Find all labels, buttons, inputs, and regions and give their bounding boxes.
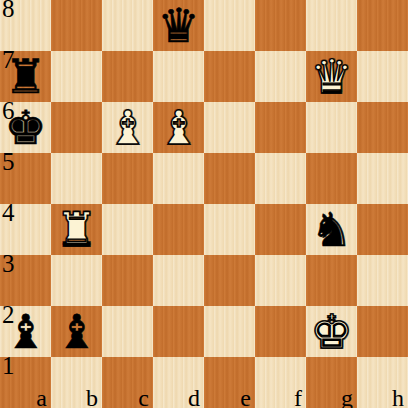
- file-label-c: c: [138, 386, 149, 408]
- square-g2[interactable]: ♚: [306, 306, 357, 357]
- square-d7[interactable]: [153, 51, 204, 102]
- square-f1[interactable]: f: [255, 357, 306, 408]
- square-g8[interactable]: [306, 0, 357, 51]
- square-g6[interactable]: [306, 102, 357, 153]
- square-b8[interactable]: [51, 0, 102, 51]
- square-f2[interactable]: [255, 306, 306, 357]
- square-c6[interactable]: ♝: [102, 102, 153, 153]
- file-label-f: f: [294, 386, 302, 408]
- square-h6[interactable]: [357, 102, 408, 153]
- rank-label-3: 3: [2, 255, 15, 276]
- square-g3[interactable]: [306, 255, 357, 306]
- square-c7[interactable]: [102, 51, 153, 102]
- square-d2[interactable]: [153, 306, 204, 357]
- white-queen-g7[interactable]: ♛: [306, 51, 357, 102]
- rank-label-5: 5: [2, 153, 15, 174]
- square-h8[interactable]: [357, 0, 408, 51]
- square-h7[interactable]: [357, 51, 408, 102]
- square-e8[interactable]: [204, 0, 255, 51]
- square-e3[interactable]: [204, 255, 255, 306]
- square-b1[interactable]: b: [51, 357, 102, 408]
- square-a3[interactable]: 3: [0, 255, 51, 306]
- square-f3[interactable]: [255, 255, 306, 306]
- rank-label-4: 4: [2, 204, 15, 225]
- square-b6[interactable]: [51, 102, 102, 153]
- square-b3[interactable]: [51, 255, 102, 306]
- white-bishop-c6[interactable]: ♝: [102, 102, 153, 153]
- square-b2[interactable]: ♝: [51, 306, 102, 357]
- square-f7[interactable]: [255, 51, 306, 102]
- square-b7[interactable]: [51, 51, 102, 102]
- square-b5[interactable]: [51, 153, 102, 204]
- square-g1[interactable]: g: [306, 357, 357, 408]
- file-label-h: h: [392, 386, 404, 408]
- square-d8[interactable]: ♛: [153, 0, 204, 51]
- square-e2[interactable]: [204, 306, 255, 357]
- square-h1[interactable]: h: [357, 357, 408, 408]
- square-a5[interactable]: 5: [0, 153, 51, 204]
- square-d4[interactable]: [153, 204, 204, 255]
- square-c4[interactable]: [102, 204, 153, 255]
- black-knight-g4[interactable]: ♞: [306, 204, 357, 255]
- square-a1[interactable]: 1a: [0, 357, 51, 408]
- square-a2[interactable]: 2♝: [0, 306, 51, 357]
- square-h5[interactable]: [357, 153, 408, 204]
- square-f5[interactable]: [255, 153, 306, 204]
- square-a7[interactable]: 7♜: [0, 51, 51, 102]
- square-c8[interactable]: [102, 0, 153, 51]
- square-b4[interactable]: ♜: [51, 204, 102, 255]
- square-a6[interactable]: 6♚: [0, 102, 51, 153]
- file-label-e: e: [240, 386, 251, 408]
- square-e6[interactable]: [204, 102, 255, 153]
- black-bishop-b2[interactable]: ♝: [51, 306, 102, 357]
- rank-label-1: 1: [2, 357, 15, 378]
- square-c3[interactable]: [102, 255, 153, 306]
- square-f4[interactable]: [255, 204, 306, 255]
- file-label-d: d: [188, 386, 200, 408]
- square-f8[interactable]: [255, 0, 306, 51]
- square-g5[interactable]: [306, 153, 357, 204]
- square-e7[interactable]: [204, 51, 255, 102]
- white-king-g2[interactable]: ♚: [306, 306, 357, 357]
- square-d3[interactable]: [153, 255, 204, 306]
- square-e5[interactable]: [204, 153, 255, 204]
- square-d1[interactable]: d: [153, 357, 204, 408]
- rank-label-8: 8: [2, 0, 15, 21]
- square-g4[interactable]: ♞: [306, 204, 357, 255]
- black-king-a6[interactable]: ♚: [0, 102, 51, 153]
- chess-board: 8♛7♜♛6♚♝♝54♜♞32♝♝♚1abcdefgh: [0, 0, 408, 408]
- file-label-b: b: [86, 386, 98, 408]
- square-h3[interactable]: [357, 255, 408, 306]
- black-queen-d8[interactable]: ♛: [153, 0, 204, 51]
- square-h2[interactable]: [357, 306, 408, 357]
- square-f6[interactable]: [255, 102, 306, 153]
- square-e4[interactable]: [204, 204, 255, 255]
- square-e1[interactable]: e: [204, 357, 255, 408]
- file-label-a: a: [36, 386, 47, 408]
- square-a4[interactable]: 4: [0, 204, 51, 255]
- square-c1[interactable]: c: [102, 357, 153, 408]
- white-bishop-d6[interactable]: ♝: [153, 102, 204, 153]
- file-label-g: g: [341, 386, 353, 408]
- square-d5[interactable]: [153, 153, 204, 204]
- square-a8[interactable]: 8: [0, 0, 51, 51]
- square-d6[interactable]: ♝: [153, 102, 204, 153]
- square-c5[interactable]: [102, 153, 153, 204]
- square-g7[interactable]: ♛: [306, 51, 357, 102]
- square-h4[interactable]: [357, 204, 408, 255]
- white-rook-b4[interactable]: ♜: [51, 204, 102, 255]
- black-bishop-a2[interactable]: ♝: [0, 306, 51, 357]
- black-rook-a7[interactable]: ♜: [0, 51, 51, 102]
- square-c2[interactable]: [102, 306, 153, 357]
